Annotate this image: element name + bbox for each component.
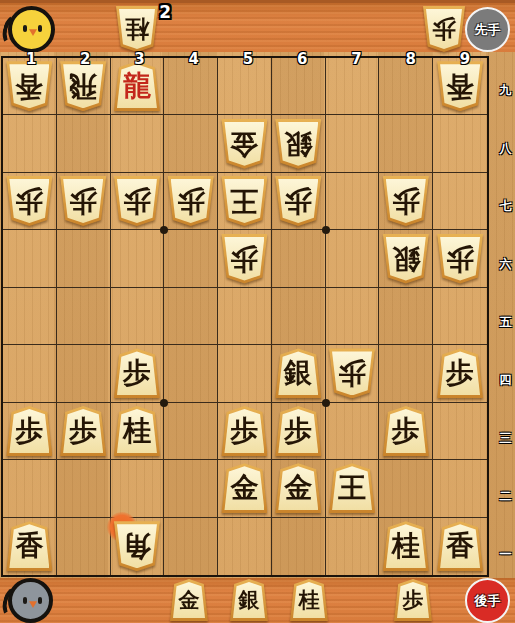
board-cell-6四[interactable]: 銀 (272, 345, 326, 402)
board-cell-5三[interactable]: 歩 (218, 403, 272, 460)
piece-銀[interactable]: 銀 (275, 348, 321, 398)
board-cell-5二[interactable]: 金 (218, 460, 272, 517)
board-cell-3二[interactable] (111, 460, 165, 517)
file-label: 2 (80, 50, 90, 68)
piece-tile-face: 歩 (440, 351, 480, 395)
piece-tile-face: 歩 (426, 9, 462, 49)
board-cell-1七[interactable]: 歩 (3, 173, 57, 230)
file-label: 1 (26, 50, 36, 68)
hand-piece-count: 2 (159, 2, 171, 22)
board-cell-4七[interactable]: 歩 (164, 173, 218, 230)
board-cell-7一[interactable] (326, 518, 380, 575)
hand-piece-桂[interactable]: 桂2 (116, 6, 158, 52)
piece-歩[interactable]: 歩 (423, 6, 465, 52)
piece-王[interactable]: 王 (329, 463, 375, 513)
piece-桂[interactable]: 桂 (114, 406, 160, 456)
rank-label: 四 (500, 372, 512, 389)
bottom-player-badge: 後手 (465, 578, 510, 623)
piece-歩[interactable]: 歩 (6, 406, 52, 456)
board-cell-6八[interactable]: 銀 (272, 115, 326, 172)
board-cell-6三[interactable]: 歩 (272, 403, 326, 460)
hand-piece-歩[interactable]: 歩 (394, 579, 432, 621)
board-cell-3五[interactable] (111, 288, 165, 345)
piece-glyph: 歩 (123, 187, 151, 215)
board-cell-3一[interactable]: 角 (111, 518, 165, 575)
avatar-beak-icon (29, 600, 37, 608)
piece-tile-face: 歩 (171, 179, 211, 223)
avatar-eye-icon (23, 597, 27, 604)
piece-glyph: 香 (15, 72, 43, 100)
piece-glyph: 王 (230, 187, 258, 215)
piece-tile-face: 金 (224, 122, 264, 166)
piece-tile-face: 香 (9, 64, 49, 108)
board-cell-3四[interactable]: 歩 (111, 345, 165, 402)
piece-glyph: 金 (230, 474, 258, 502)
board-cell-1一[interactable]: 香 (3, 518, 57, 575)
board-cell-7四[interactable]: 歩 (326, 345, 380, 402)
piece-tile-face: 歩 (9, 179, 49, 223)
piece-tile-face: 王 (224, 179, 264, 223)
piece-歩[interactable]: 歩 (6, 176, 52, 226)
piece-glyph: 歩 (338, 359, 366, 387)
board-cell-5六[interactable]: 歩 (218, 230, 272, 287)
rank-label: 一 (500, 546, 512, 563)
piece-tile-face: 王 (332, 466, 372, 510)
piece-glyph: 桂 (125, 17, 149, 41)
board-cell-8二[interactable] (379, 460, 433, 517)
board-cell-4八[interactable] (164, 115, 218, 172)
hand-piece-銀[interactable]: 銀 (230, 579, 268, 621)
board-cell-5一[interactable] (218, 518, 272, 575)
board-cell-3八[interactable] (111, 115, 165, 172)
piece-桂[interactable]: 桂 (116, 6, 158, 52)
rank-labels: 九八七六五四三二一 (493, 62, 515, 583)
piece-glyph: 歩 (230, 417, 258, 445)
piece-tile-face: 桂 (386, 524, 426, 568)
bottom-player-bar: 金銀桂歩 後手 (0, 578, 515, 623)
board-cell-2二[interactable] (57, 460, 111, 517)
piece-glyph: 香 (446, 532, 474, 560)
piece-tile-face: 銀 (278, 351, 318, 395)
board-cell-1四[interactable] (3, 345, 57, 402)
file-label: 6 (297, 50, 307, 68)
board-cell-1二[interactable] (3, 460, 57, 517)
board-cell-4三[interactable] (164, 403, 218, 460)
hoshi-dot (160, 399, 168, 407)
rank-label: 六 (500, 256, 512, 273)
piece-歩[interactable]: 歩 (60, 406, 106, 456)
piece-tile-face: 歩 (117, 351, 157, 395)
piece-glyph: 歩 (177, 187, 205, 215)
piece-tile-face: 香 (440, 524, 480, 568)
piece-tile-face: 歩 (224, 237, 264, 281)
file-label: 3 (134, 50, 144, 68)
piece-飛[interactable]: 飛 (60, 61, 106, 111)
board-cell-9四[interactable]: 歩 (433, 345, 487, 402)
piece-香[interactable]: 香 (6, 521, 52, 571)
board-cell-9一[interactable]: 香 (433, 518, 487, 575)
file-labels: 123456789 (4, 50, 492, 68)
board-cell-9五[interactable] (433, 288, 487, 345)
piece-glyph: 歩 (392, 417, 420, 445)
piece-glyph: 歩 (432, 17, 456, 41)
board-cell-9六[interactable]: 歩 (433, 230, 487, 287)
piece-glyph: 桂 (299, 590, 320, 611)
board-cell-7六[interactable] (326, 230, 380, 287)
piece-glyph: 金 (179, 590, 200, 611)
piece-tile-face: 歩 (386, 179, 426, 223)
piece-tile-face: 歩 (9, 409, 49, 453)
piece-香[interactable]: 香 (6, 61, 52, 111)
board-cell-8四[interactable] (379, 345, 433, 402)
piece-銀[interactable]: 銀 (230, 579, 268, 621)
piece-glyph: 銀 (284, 359, 312, 387)
piece-tile-face: 銀 (233, 582, 265, 618)
board-cell-5八[interactable]: 金 (218, 115, 272, 172)
piece-香[interactable]: 香 (437, 61, 483, 111)
board-cell-5五[interactable] (218, 288, 272, 345)
top-player-bar: 桂2歩 先手 (0, 0, 515, 55)
piece-glyph: 銀 (392, 245, 420, 273)
piece-tile-face: 角 (117, 524, 157, 568)
board-cell-6一[interactable] (272, 518, 326, 575)
rank-label: 九 (500, 82, 512, 99)
piece-歩[interactable]: 歩 (275, 176, 321, 226)
piece-tile-face: 歩 (386, 409, 426, 453)
piece-tile-face: 金 (173, 582, 205, 618)
avatar-eye-icon (38, 597, 42, 604)
shogi-board: 123456789 九八七六五四三二一 香飛龍香金銀歩歩歩歩王歩歩歩銀歩歩銀歩歩… (1, 56, 489, 577)
hoshi-dot (160, 226, 168, 234)
piece-tile-face: 歩 (332, 351, 372, 395)
top-player-badge: 先手 (465, 7, 510, 52)
piece-tile-face: 歩 (63, 409, 103, 453)
piece-glyph: 歩 (230, 245, 258, 273)
avatar-eye-icon (23, 25, 27, 32)
piece-角[interactable]: 角 (114, 521, 160, 571)
piece-歩[interactable]: 歩 (394, 579, 432, 621)
piece-glyph: 銀 (239, 590, 260, 611)
piece-glyph: 角 (123, 532, 151, 560)
board-cell-7三[interactable] (326, 403, 380, 460)
piece-香[interactable]: 香 (437, 521, 483, 571)
piece-tile-face: 香 (440, 64, 480, 108)
piece-glyph: 歩 (15, 187, 43, 215)
board-cell-4六[interactable] (164, 230, 218, 287)
piece-glyph: 王 (338, 474, 366, 502)
board-cell-8七[interactable]: 歩 (379, 173, 433, 230)
board-cell-2八[interactable] (57, 115, 111, 172)
board-cell-1三[interactable]: 歩 (3, 403, 57, 460)
file-label: 9 (460, 50, 470, 68)
board-cell-9七[interactable] (433, 173, 487, 230)
piece-glyph: 歩 (284, 187, 312, 215)
piece-glyph: 歩 (284, 417, 312, 445)
piece-glyph: 香 (15, 532, 43, 560)
piece-glyph: 歩 (392, 187, 420, 215)
piece-tile-face: 歩 (224, 409, 264, 453)
board-cell-4二[interactable] (164, 460, 218, 517)
board-cell-2六[interactable] (57, 230, 111, 287)
piece-tile-face: 香 (9, 524, 49, 568)
board-cell-3三[interactable]: 桂 (111, 403, 165, 460)
board-cell-6六[interactable] (272, 230, 326, 287)
board-cell-2四[interactable] (57, 345, 111, 402)
board-cell-9三[interactable] (433, 403, 487, 460)
piece-歩[interactable]: 歩 (437, 348, 483, 398)
board-cell-6五[interactable] (272, 288, 326, 345)
board-cell-8八[interactable] (379, 115, 433, 172)
piece-銀[interactable]: 銀 (383, 234, 429, 284)
piece-歩[interactable]: 歩 (60, 176, 106, 226)
piece-桂[interactable]: 桂 (383, 521, 429, 571)
piece-歩[interactable]: 歩 (329, 348, 375, 398)
piece-tile-face: 歩 (117, 179, 157, 223)
board-cell-5七[interactable]: 王 (218, 173, 272, 230)
file-label: 5 (243, 50, 253, 68)
piece-tile-face: 歩 (397, 582, 429, 618)
board-cell-9八[interactable] (433, 115, 487, 172)
piece-歩[interactable]: 歩 (114, 176, 160, 226)
piece-glyph: 金 (230, 130, 258, 158)
avatar-eye-icon (38, 25, 42, 32)
piece-歩[interactable]: 歩 (221, 406, 267, 456)
piece-tile-face: 歩 (278, 409, 318, 453)
hand-piece-歩[interactable]: 歩 (423, 6, 465, 52)
piece-tile-face: 龍 (117, 64, 157, 108)
piece-tile-face: 歩 (63, 179, 103, 223)
board-cell-8六[interactable]: 銀 (379, 230, 433, 287)
top-player-avatar[interactable] (8, 6, 55, 53)
board-cell-7五[interactable] (326, 288, 380, 345)
piece-tile-face: 銀 (278, 122, 318, 166)
shogi-app: 桂2歩 先手 123456789 九八七六五四三二一 香飛龍香金銀歩歩歩歩王歩歩… (0, 0, 515, 623)
board-cell-4一[interactable] (164, 518, 218, 575)
piece-tile-face: 金 (224, 466, 264, 510)
hoshi-dot (322, 399, 330, 407)
piece-glyph: 歩 (69, 187, 97, 215)
piece-tile-face: 桂 (117, 409, 157, 453)
piece-金[interactable]: 金 (275, 463, 321, 513)
piece-glyph: 香 (446, 72, 474, 100)
hoshi-dot (322, 226, 330, 234)
board-cell-4四[interactable] (164, 345, 218, 402)
file-label: 4 (189, 50, 199, 68)
piece-tile-face: 歩 (440, 237, 480, 281)
piece-glyph: 歩 (69, 417, 97, 445)
piece-glyph: 龍 (123, 72, 151, 100)
piece-歩[interactable]: 歩 (383, 176, 429, 226)
board-cell-6二[interactable]: 金 (272, 460, 326, 517)
piece-glyph: 歩 (446, 245, 474, 273)
piece-tile-face: 飛 (63, 64, 103, 108)
board-cell-8三[interactable]: 歩 (379, 403, 433, 460)
piece-glyph: 金 (284, 474, 312, 502)
hand-piece-金[interactable]: 金 (170, 579, 208, 621)
piece-金[interactable]: 金 (170, 579, 208, 621)
file-label: 8 (405, 50, 415, 68)
piece-龍[interactable]: 龍 (114, 61, 160, 111)
board-cell-2七[interactable]: 歩 (57, 173, 111, 230)
rank-label: 二 (500, 488, 512, 505)
file-label: 7 (351, 50, 361, 68)
board-cell-2三[interactable]: 歩 (57, 403, 111, 460)
piece-金[interactable]: 金 (221, 119, 267, 169)
piece-歩[interactable]: 歩 (168, 176, 214, 226)
piece-tile-face: 歩 (278, 179, 318, 223)
board-cell-7七[interactable] (326, 173, 380, 230)
rank-label: 七 (500, 198, 512, 215)
piece-glyph: 歩 (403, 590, 424, 611)
piece-歩[interactable]: 歩 (275, 406, 321, 456)
piece-歩[interactable]: 歩 (221, 234, 267, 284)
piece-glyph: 歩 (123, 359, 151, 387)
board-area: 123456789 九八七六五四三二一 香飛龍香金銀歩歩歩歩王歩歩歩銀歩歩銀歩歩… (0, 52, 515, 578)
board-cell-8五[interactable] (379, 288, 433, 345)
piece-歩[interactable]: 歩 (114, 348, 160, 398)
piece-歩[interactable]: 歩 (383, 406, 429, 456)
board-cell-8一[interactable]: 桂 (379, 518, 433, 575)
board-cell-1八[interactable] (3, 115, 57, 172)
board-cell-4五[interactable] (164, 288, 218, 345)
hand-piece-桂[interactable]: 桂 (290, 579, 328, 621)
board-cell-3六[interactable] (111, 230, 165, 287)
piece-tile-face: 銀 (386, 237, 426, 281)
board-cell-3七[interactable]: 歩 (111, 173, 165, 230)
piece-glyph: 銀 (284, 130, 312, 158)
piece-glyph: 飛 (69, 72, 97, 100)
board-cell-5四[interactable] (218, 345, 272, 402)
board-cell-6七[interactable]: 歩 (272, 173, 326, 230)
board-grid: 香飛龍香金銀歩歩歩歩王歩歩歩銀歩歩銀歩歩歩歩桂歩歩歩金金王香角桂香 (3, 58, 487, 575)
rank-label: 八 (500, 140, 512, 157)
board-cell-7二[interactable]: 王 (326, 460, 380, 517)
piece-王[interactable]: 王 (221, 176, 267, 226)
piece-glyph: 歩 (446, 359, 474, 387)
board-cell-2一[interactable] (57, 518, 111, 575)
piece-銀[interactable]: 銀 (275, 119, 321, 169)
piece-glyph: 桂 (123, 417, 151, 445)
piece-tile-face: 金 (278, 466, 318, 510)
piece-tile-face: 桂 (293, 582, 325, 618)
rank-label: 三 (500, 430, 512, 447)
rank-label: 五 (500, 314, 512, 331)
avatar-beak-icon (29, 28, 37, 36)
bottom-player-avatar[interactable] (8, 578, 53, 623)
board-cell-7八[interactable] (326, 115, 380, 172)
piece-glyph: 歩 (15, 417, 43, 445)
board-cell-9二[interactable] (433, 460, 487, 517)
board-cell-1六[interactable] (3, 230, 57, 287)
board-cell-1五[interactable] (3, 288, 57, 345)
piece-tile-face: 桂 (119, 9, 155, 49)
piece-桂[interactable]: 桂 (290, 579, 328, 621)
piece-glyph: 桂 (392, 532, 420, 560)
piece-金[interactable]: 金 (221, 463, 267, 513)
board-cell-2五[interactable] (57, 288, 111, 345)
piece-歩[interactable]: 歩 (437, 234, 483, 284)
